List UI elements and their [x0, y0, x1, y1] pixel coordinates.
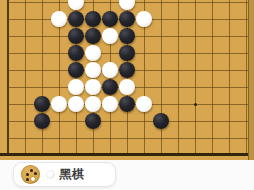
white-stone — [85, 79, 101, 95]
white-stone — [51, 96, 67, 112]
black-stone — [119, 45, 135, 61]
player-label: 黑棋 — [59, 166, 85, 183]
black-stone — [34, 113, 50, 129]
player-turn-pill: 黑棋 — [13, 162, 116, 187]
black-stone — [119, 96, 135, 112]
white-stone — [102, 28, 118, 44]
white-stone — [136, 11, 152, 27]
white-stone — [85, 62, 101, 78]
grid-line — [161, 0, 162, 156]
status-bar: 黑棋 — [0, 160, 254, 190]
white-stone — [85, 96, 101, 112]
black-stone — [102, 11, 118, 27]
white-stone — [119, 0, 135, 10]
grid-line — [42, 0, 43, 156]
white-stone — [68, 96, 84, 112]
white-stone — [136, 96, 152, 112]
mini-goban-icon — [21, 165, 40, 184]
white-stone — [51, 11, 67, 27]
grid-line — [178, 0, 179, 156]
grid-line — [8, 138, 249, 139]
white-stone — [102, 96, 118, 112]
black-stone — [119, 28, 135, 44]
grid-line — [195, 0, 196, 156]
black-stone — [153, 113, 169, 129]
grid-line — [7, 0, 9, 156]
white-stone-icon — [47, 171, 54, 178]
black-stone — [34, 96, 50, 112]
grid-line — [212, 0, 213, 156]
black-stone — [85, 113, 101, 129]
grid-line — [229, 0, 230, 156]
white-stone — [119, 79, 135, 95]
board-bottom-edge — [0, 153, 254, 156]
black-stone — [68, 28, 84, 44]
grid-line — [25, 0, 26, 156]
black-stone — [85, 28, 101, 44]
black-stone — [85, 11, 101, 27]
star-point — [194, 103, 197, 106]
black-stone — [119, 11, 135, 27]
black-stone — [102, 79, 118, 95]
grid-line — [246, 0, 247, 156]
white-stone — [68, 0, 84, 10]
board-right-edge-shade — [248, 0, 254, 160]
black-stone — [68, 45, 84, 61]
go-board[interactable] — [0, 0, 254, 160]
white-stone — [68, 79, 84, 95]
black-stone — [119, 62, 135, 78]
black-stone — [68, 62, 84, 78]
white-stone — [102, 62, 118, 78]
black-stone — [68, 11, 84, 27]
white-stone — [85, 45, 101, 61]
